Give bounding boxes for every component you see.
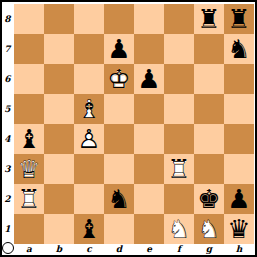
square-c6[interactable] xyxy=(74,64,104,94)
square-f6[interactable] xyxy=(164,64,194,94)
square-f1[interactable]: ♞♘ xyxy=(164,214,194,244)
black-queen-glyph: ♛ xyxy=(224,214,254,244)
white-pawn-c4[interactable]: ♟︎♙ xyxy=(74,124,104,154)
file-label-e: e xyxy=(134,243,164,255)
file-label-d: d xyxy=(104,243,134,255)
black-rook-h8[interactable]: ♜ xyxy=(224,4,254,34)
square-a8[interactable] xyxy=(14,4,44,34)
square-a7[interactable] xyxy=(14,34,44,64)
square-c7[interactable] xyxy=(74,34,104,64)
white-rook-glyph: ♖ xyxy=(164,154,194,184)
square-g8[interactable]: ♜ xyxy=(194,4,224,34)
square-h2[interactable]: ♟︎ xyxy=(224,184,254,214)
square-h3[interactable] xyxy=(224,154,254,184)
square-f5[interactable] xyxy=(164,94,194,124)
square-e6[interactable]: ♟︎ xyxy=(134,64,164,94)
square-f2[interactable] xyxy=(164,184,194,214)
white-knight-f1[interactable]: ♞♘ xyxy=(164,214,194,244)
black-rook-g8[interactable]: ♜ xyxy=(194,4,224,34)
square-h8[interactable]: ♜ xyxy=(224,4,254,34)
square-f8[interactable] xyxy=(164,4,194,34)
black-pawn-d7[interactable]: ♟︎ xyxy=(104,34,134,64)
square-a3[interactable]: ♛♕ xyxy=(14,154,44,184)
file-label-a: a xyxy=(14,243,44,255)
black-rook-glyph: ♜ xyxy=(194,4,224,34)
square-c5[interactable]: ♝♗ xyxy=(74,94,104,124)
square-a4[interactable]: ♝ xyxy=(14,124,44,154)
black-pawn-glyph: ♟︎ xyxy=(224,184,254,214)
black-rook-glyph: ♜ xyxy=(224,4,254,34)
square-b6[interactable] xyxy=(44,64,74,94)
file-label-g: g xyxy=(194,243,224,255)
white-king-glyph: ♔ xyxy=(104,64,134,94)
square-g2[interactable]: ♚ xyxy=(194,184,224,214)
square-h1[interactable]: ♛ xyxy=(224,214,254,244)
square-h6[interactable] xyxy=(224,64,254,94)
square-a6[interactable] xyxy=(14,64,44,94)
turn-indicator-white-to-move xyxy=(2,242,14,254)
black-knight-d2[interactable]: ♞ xyxy=(104,184,134,214)
file-label-b: b xyxy=(44,243,74,255)
white-knight-glyph: ♘ xyxy=(164,214,194,244)
white-rook-f3[interactable]: ♜♖ xyxy=(164,154,194,184)
black-pawn-h2[interactable]: ♟︎ xyxy=(224,184,254,214)
square-d6[interactable]: ♚♔ xyxy=(104,64,134,94)
white-king-d6[interactable]: ♚♔ xyxy=(104,64,134,94)
rank-label-5: 5 xyxy=(2,94,13,124)
rank-label-3: 3 xyxy=(2,154,13,184)
square-b8[interactable] xyxy=(44,4,74,34)
square-g7[interactable] xyxy=(194,34,224,64)
square-f4[interactable] xyxy=(164,124,194,154)
black-pawn-glyph: ♟︎ xyxy=(104,34,134,64)
rank-label-8: 8 xyxy=(2,4,13,34)
square-a5[interactable] xyxy=(14,94,44,124)
rank-label-4: 4 xyxy=(2,124,13,154)
black-bishop-glyph: ♝ xyxy=(74,214,104,244)
square-b4[interactable] xyxy=(44,124,74,154)
rank-label-1: 1 xyxy=(2,214,13,244)
white-queen-a3[interactable]: ♛♕ xyxy=(14,154,44,184)
square-d2[interactable]: ♞ xyxy=(104,184,134,214)
square-b2[interactable] xyxy=(44,184,74,214)
square-c8[interactable] xyxy=(74,4,104,34)
white-queen-glyph: ♕ xyxy=(14,154,44,184)
square-e4[interactable] xyxy=(134,124,164,154)
white-rook-glyph: ♖ xyxy=(14,184,44,214)
chess-diagram: 87654321 ♜♜♟︎♞♚♔♟︎♝♗♝♟︎♙♛♕♜♖♜♖♞♚♟︎♝♞♘♞♘♛… xyxy=(0,0,257,257)
square-h4[interactable] xyxy=(224,124,254,154)
square-a2[interactable]: ♜♖ xyxy=(14,184,44,214)
square-c2[interactable] xyxy=(74,184,104,214)
rank-label-2: 2 xyxy=(2,184,13,214)
square-d3[interactable] xyxy=(104,154,134,184)
black-knight-h7[interactable]: ♞ xyxy=(224,34,254,64)
white-bishop-c5[interactable]: ♝♗ xyxy=(74,94,104,124)
square-a1[interactable] xyxy=(14,214,44,244)
black-pawn-glyph: ♟︎ xyxy=(134,64,164,94)
square-g6[interactable] xyxy=(194,64,224,94)
square-b3[interactable] xyxy=(44,154,74,184)
square-e3[interactable] xyxy=(134,154,164,184)
square-b1[interactable] xyxy=(44,214,74,244)
black-bishop-a4[interactable]: ♝ xyxy=(14,124,44,154)
square-e2[interactable] xyxy=(134,184,164,214)
black-queen-h1[interactable]: ♛ xyxy=(224,214,254,244)
file-label-c: c xyxy=(74,243,104,255)
square-e1[interactable] xyxy=(134,214,164,244)
rank-label-6: 6 xyxy=(2,64,13,94)
black-knight-glyph: ♞ xyxy=(104,184,134,214)
square-f7[interactable] xyxy=(164,34,194,64)
white-pawn-glyph: ♙ xyxy=(74,124,104,154)
square-h5[interactable] xyxy=(224,94,254,124)
black-bishop-c1[interactable]: ♝ xyxy=(74,214,104,244)
square-b7[interactable] xyxy=(44,34,74,64)
square-f3[interactable]: ♜♖ xyxy=(164,154,194,184)
square-g3[interactable] xyxy=(194,154,224,184)
file-label-f: f xyxy=(164,243,194,255)
square-h7[interactable]: ♞ xyxy=(224,34,254,64)
black-bishop-glyph: ♝ xyxy=(14,124,44,154)
square-c4[interactable]: ♟︎♙ xyxy=(74,124,104,154)
square-e8[interactable] xyxy=(134,4,164,34)
black-knight-glyph: ♞ xyxy=(224,34,254,64)
square-e7[interactable] xyxy=(134,34,164,64)
black-pawn-e6[interactable]: ♟︎ xyxy=(134,64,164,94)
white-knight-g1[interactable]: ♞♘ xyxy=(194,214,224,244)
black-king-g2[interactable]: ♚ xyxy=(194,184,224,214)
white-rook-a2[interactable]: ♜♖ xyxy=(14,184,44,214)
square-g1[interactable]: ♞♘ xyxy=(194,214,224,244)
square-d1[interactable] xyxy=(104,214,134,244)
square-c3[interactable] xyxy=(74,154,104,184)
chess-board: ♜♜♟︎♞♚♔♟︎♝♗♝♟︎♙♛♕♜♖♜♖♞♚♟︎♝♞♘♞♘♛ xyxy=(14,4,254,244)
black-king-glyph: ♚ xyxy=(194,184,224,214)
square-c1[interactable]: ♝ xyxy=(74,214,104,244)
white-knight-glyph: ♘ xyxy=(194,214,224,244)
square-b5[interactable] xyxy=(44,94,74,124)
white-bishop-glyph: ♗ xyxy=(74,94,104,124)
square-d5[interactable] xyxy=(104,94,134,124)
square-d7[interactable]: ♟︎ xyxy=(104,34,134,64)
square-e5[interactable] xyxy=(134,94,164,124)
rank-label-7: 7 xyxy=(2,34,13,64)
square-d8[interactable] xyxy=(104,4,134,34)
square-d4[interactable] xyxy=(104,124,134,154)
square-g4[interactable] xyxy=(194,124,224,154)
square-g5[interactable] xyxy=(194,94,224,124)
file-label-h: h xyxy=(224,243,254,255)
